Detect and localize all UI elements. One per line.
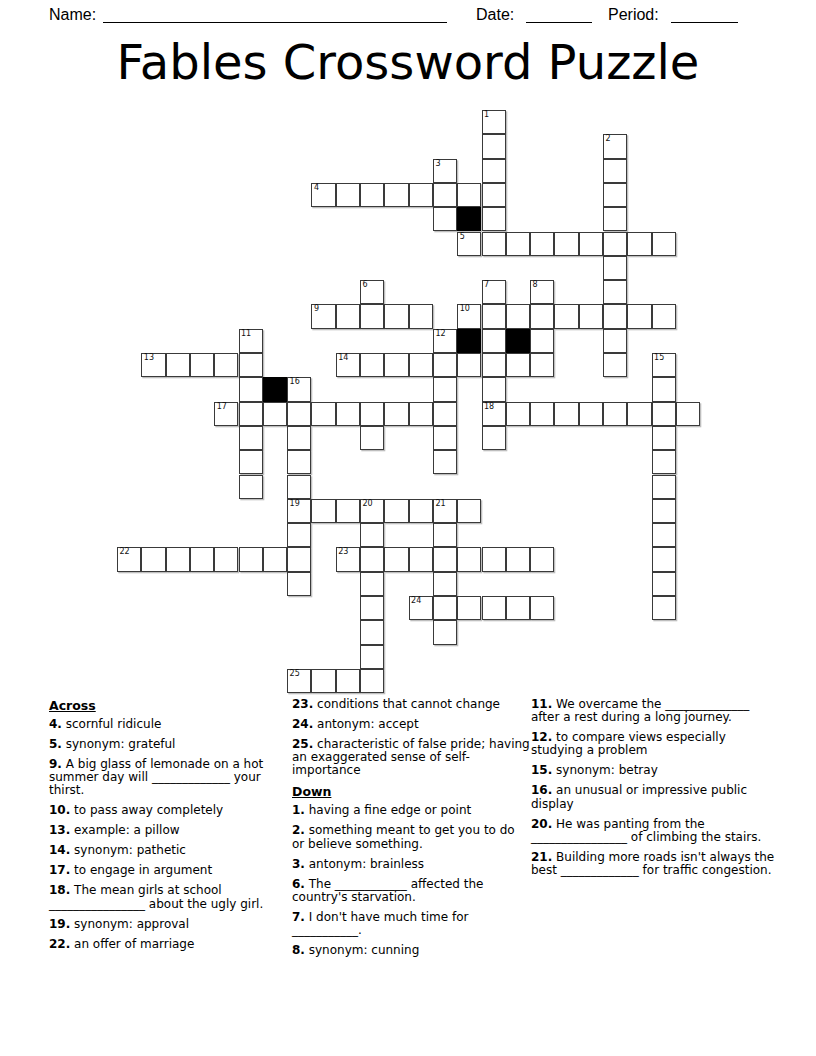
grid-cell[interactable] xyxy=(603,183,627,207)
grid-cell[interactable] xyxy=(166,547,190,571)
grid-cell[interactable] xyxy=(336,669,360,693)
across-clue-5: 5. synonym: grateful xyxy=(49,738,289,751)
grid-cell[interactable] xyxy=(652,547,676,571)
grid-cell[interactable] xyxy=(360,402,384,426)
blocked-cell xyxy=(457,329,481,353)
grid-cell[interactable] xyxy=(287,450,311,474)
grid-cell[interactable] xyxy=(166,353,190,377)
grid-cell[interactable] xyxy=(336,183,360,207)
grid-cell[interactable] xyxy=(482,353,506,377)
crossword-grid: 1234567891011121314151617181920212223242… xyxy=(117,110,701,694)
grid-cell[interactable] xyxy=(652,572,676,596)
grid-cell[interactable] xyxy=(360,547,384,571)
grid-cell[interactable]: 4 xyxy=(311,183,335,207)
grid-cell[interactable] xyxy=(482,426,506,450)
down-clue-20: 20. He was panting from the ____________… xyxy=(531,818,779,844)
grid-cell[interactable] xyxy=(239,377,263,401)
grid-cell[interactable] xyxy=(141,547,165,571)
grid-cell[interactable] xyxy=(239,547,263,571)
grid-cell[interactable] xyxy=(433,450,457,474)
grid-cell[interactable] xyxy=(360,183,384,207)
grid-cell[interactable] xyxy=(360,523,384,547)
grid-cell[interactable] xyxy=(627,402,651,426)
grid-cell[interactable] xyxy=(360,304,384,328)
down-clue-1: 1. having a fine edge or point xyxy=(292,804,530,817)
grid-cell[interactable] xyxy=(287,475,311,499)
clue-column-3: 11. We overcame the ______________ after… xyxy=(531,698,779,884)
grid-cell[interactable] xyxy=(239,450,263,474)
grid-cell[interactable] xyxy=(433,207,457,231)
grid-cell[interactable] xyxy=(482,304,506,328)
grid-cell[interactable] xyxy=(652,499,676,523)
grid-cell[interactable] xyxy=(652,377,676,401)
grid-cell[interactable] xyxy=(433,402,457,426)
grid-cell[interactable] xyxy=(409,183,433,207)
grid-cell[interactable] xyxy=(603,256,627,280)
grid-cell[interactable] xyxy=(287,402,311,426)
grid-cell[interactable] xyxy=(384,353,408,377)
period-blank-line[interactable] xyxy=(671,22,738,23)
grid-cell[interactable] xyxy=(384,402,408,426)
grid-cell[interactable] xyxy=(287,426,311,450)
grid-cell[interactable] xyxy=(190,547,214,571)
grid-cell[interactable] xyxy=(214,547,238,571)
grid-cell[interactable] xyxy=(554,232,578,256)
grid-cell[interactable] xyxy=(506,402,530,426)
down-clue-2: 2. something meant to get you to do or b… xyxy=(292,824,530,850)
cell-number: 18 xyxy=(484,402,494,412)
grid-cell[interactable] xyxy=(554,304,578,328)
grid-cell[interactable] xyxy=(506,353,530,377)
grid-cell[interactable] xyxy=(360,426,384,450)
grid-cell[interactable]: 13 xyxy=(141,353,165,377)
grid-cell[interactable] xyxy=(652,450,676,474)
grid-cell[interactable] xyxy=(603,329,627,353)
grid-cell[interactable] xyxy=(482,377,506,401)
grid-cell[interactable] xyxy=(652,402,676,426)
grid-cell[interactable] xyxy=(554,402,578,426)
grid-cell[interactable] xyxy=(360,572,384,596)
grid-cell[interactable] xyxy=(360,669,384,693)
grid-cell[interactable] xyxy=(239,426,263,450)
blocked-cell xyxy=(506,329,530,353)
cell-number: 23 xyxy=(338,547,348,557)
grid-cell[interactable]: 25 xyxy=(287,669,311,693)
grid-cell[interactable]: 3 xyxy=(433,159,457,183)
cell-number: 11 xyxy=(241,329,251,339)
grid-cell[interactable] xyxy=(530,232,554,256)
across-clue-4: 4. scornful ridicule xyxy=(49,718,289,731)
across-clue-23: 23. conditions that cannot change xyxy=(292,698,530,711)
grid-cell[interactable] xyxy=(579,232,603,256)
grid-cell[interactable] xyxy=(214,353,238,377)
grid-cell[interactable] xyxy=(239,353,263,377)
cell-number: 8 xyxy=(533,280,538,290)
grid-cell[interactable] xyxy=(190,353,214,377)
grid-cell[interactable] xyxy=(409,402,433,426)
cell-number: 1 xyxy=(484,110,489,120)
grid-cell[interactable] xyxy=(603,304,627,328)
grid-cell[interactable] xyxy=(652,475,676,499)
grid-cell[interactable] xyxy=(433,426,457,450)
grid-cell[interactable] xyxy=(603,207,627,231)
cell-number: 9 xyxy=(314,304,319,314)
across-clue-10: 10. to pass away completely xyxy=(49,804,289,817)
grid-cell[interactable] xyxy=(433,572,457,596)
cell-number: 12 xyxy=(435,329,445,339)
grid-cell[interactable] xyxy=(579,304,603,328)
grid-cell[interactable] xyxy=(457,596,481,620)
cell-number: 5 xyxy=(460,232,465,242)
cell-number: 4 xyxy=(314,183,319,193)
grid-cell[interactable] xyxy=(263,402,287,426)
cell-number: 22 xyxy=(120,547,130,557)
grid-cell[interactable] xyxy=(530,596,554,620)
grid-cell[interactable]: 17 xyxy=(214,402,238,426)
blocked-cell xyxy=(457,207,481,231)
cell-number: 13 xyxy=(144,353,154,363)
grid-cell[interactable] xyxy=(603,232,627,256)
cell-number: 16 xyxy=(290,377,300,387)
grid-cell[interactable] xyxy=(676,402,700,426)
grid-cell[interactable] xyxy=(263,547,287,571)
grid-cell[interactable] xyxy=(652,232,676,256)
down-clue-21: 21. Building more roads isn't always the… xyxy=(531,851,779,877)
across-clue-25: 25. characteristic of false pride; havin… xyxy=(292,738,530,778)
across-clue-9: 9. A big glass of lemonade on a hot summ… xyxy=(49,758,289,798)
grid-cell[interactable] xyxy=(506,232,530,256)
across-clue-13: 13. example: a pillow xyxy=(49,824,289,837)
grid-cell[interactable] xyxy=(530,329,554,353)
grid-cell[interactable]: 14 xyxy=(336,353,360,377)
cell-number: 15 xyxy=(654,353,664,363)
grid-cell[interactable] xyxy=(506,596,530,620)
grid-cell[interactable] xyxy=(360,596,384,620)
grid-cell[interactable] xyxy=(506,547,530,571)
across-clue-17: 17. to engage in argument xyxy=(49,864,289,877)
grid-cell[interactable]: 6 xyxy=(360,280,384,304)
grid-cell[interactable] xyxy=(336,499,360,523)
grid-cell[interactable] xyxy=(409,353,433,377)
period-label: Period: xyxy=(608,6,659,24)
grid-cell[interactable] xyxy=(506,304,530,328)
grid-cell[interactable]: 8 xyxy=(530,280,554,304)
down-clue-12: 12. to compare views especially studying… xyxy=(531,731,779,757)
down-clue-11: 11. We overcame the ______________ after… xyxy=(531,698,779,724)
grid-cell[interactable]: 7 xyxy=(482,280,506,304)
grid-cell[interactable] xyxy=(384,547,408,571)
grid-cell[interactable] xyxy=(384,499,408,523)
grid-cell[interactable] xyxy=(603,159,627,183)
grid-cell[interactable]: 16 xyxy=(287,377,311,401)
grid-cell[interactable]: 5 xyxy=(457,232,481,256)
clue-column-1: Across4. scornful ridicule5. synonym: gr… xyxy=(49,698,289,958)
across-header: Across xyxy=(49,698,289,713)
cell-number: 25 xyxy=(290,669,300,679)
grid-cell[interactable] xyxy=(627,304,651,328)
grid-cell[interactable] xyxy=(384,183,408,207)
grid-cell[interactable] xyxy=(433,183,457,207)
grid-cell[interactable] xyxy=(336,402,360,426)
name-blank-line[interactable] xyxy=(103,22,447,23)
grid-cell[interactable] xyxy=(652,426,676,450)
grid-cell[interactable]: 20 xyxy=(360,499,384,523)
grid-cell[interactable] xyxy=(433,353,457,377)
down-header: Down xyxy=(292,784,530,799)
grid-cell[interactable] xyxy=(482,547,506,571)
across-clue-19: 19. synonym: approval xyxy=(49,918,289,931)
grid-cell[interactable] xyxy=(409,499,433,523)
grid-cell[interactable] xyxy=(457,353,481,377)
crossword-worksheet: { "game": "crossword", "header": { "name… xyxy=(0,0,816,1056)
grid-cell[interactable] xyxy=(457,499,481,523)
down-clue-16: 16. an unusual or impressive public disp… xyxy=(531,784,779,810)
down-clue-7: 7. I don't have much time for __________… xyxy=(292,911,530,937)
grid-cell[interactable] xyxy=(603,402,627,426)
blocked-cell xyxy=(263,377,287,401)
grid-cell[interactable]: 12 xyxy=(433,329,457,353)
grid-cell[interactable]: 24 xyxy=(409,596,433,620)
cell-number: 14 xyxy=(338,353,348,363)
grid-cell[interactable]: 1 xyxy=(482,110,506,134)
grid-cell[interactable]: 22 xyxy=(117,547,141,571)
page-title: Fables Crossword Puzzle xyxy=(0,34,816,90)
grid-cell[interactable] xyxy=(482,232,506,256)
grid-cell[interactable] xyxy=(482,183,506,207)
grid-cell[interactable]: 11 xyxy=(239,329,263,353)
down-clue-15: 15. synonym: betray xyxy=(531,764,779,777)
grid-cell[interactable] xyxy=(457,547,481,571)
date-blank-line[interactable] xyxy=(526,22,592,23)
grid-cell[interactable] xyxy=(530,402,554,426)
grid-cell[interactable] xyxy=(652,596,676,620)
grid-cell[interactable] xyxy=(360,353,384,377)
grid-cell[interactable] xyxy=(579,402,603,426)
grid-cell[interactable] xyxy=(433,596,457,620)
grid-cell[interactable] xyxy=(311,499,335,523)
grid-cell[interactable] xyxy=(336,304,360,328)
grid-cell[interactable] xyxy=(409,547,433,571)
grid-cell[interactable]: 15 xyxy=(652,353,676,377)
down-clue-8: 8. synonym: cunning xyxy=(292,944,530,957)
grid-cell[interactable] xyxy=(311,669,335,693)
grid-cell[interactable]: 2 xyxy=(603,134,627,158)
grid-cell[interactable] xyxy=(360,620,384,644)
name-label: Name: xyxy=(49,6,96,24)
grid-cell[interactable] xyxy=(530,304,554,328)
grid-cell[interactable] xyxy=(530,547,554,571)
cell-number: 17 xyxy=(217,402,227,412)
grid-cell[interactable] xyxy=(433,523,457,547)
grid-cell[interactable] xyxy=(287,572,311,596)
grid-cell[interactable] xyxy=(409,304,433,328)
grid-cell[interactable] xyxy=(627,232,651,256)
cell-number: 20 xyxy=(363,499,373,509)
grid-cell[interactable] xyxy=(530,353,554,377)
grid-cell[interactable] xyxy=(287,547,311,571)
down-clue-6: 6. The ____________ affected the country… xyxy=(292,878,530,904)
grid-cell[interactable] xyxy=(239,402,263,426)
grid-cell[interactable] xyxy=(239,475,263,499)
grid-cell[interactable]: 18 xyxy=(482,402,506,426)
down-clue-3: 3. antonym: brainless xyxy=(292,858,530,871)
grid-cell[interactable]: 10 xyxy=(457,304,481,328)
grid-cell[interactable]: 19 xyxy=(287,499,311,523)
across-clue-14: 14. synonym: pathetic xyxy=(49,844,289,857)
grid-cell[interactable] xyxy=(482,159,506,183)
clue-column-2: 23. conditions that cannot change24. ant… xyxy=(292,698,530,964)
grid-cell[interactable] xyxy=(652,304,676,328)
grid-cell[interactable] xyxy=(384,304,408,328)
grid-cell[interactable] xyxy=(433,377,457,401)
grid-cell[interactable] xyxy=(603,280,627,304)
cell-number: 21 xyxy=(435,499,445,509)
cell-number: 3 xyxy=(435,159,440,169)
cell-number: 10 xyxy=(460,304,470,314)
grid-cell[interactable] xyxy=(287,523,311,547)
grid-cell[interactable]: 23 xyxy=(336,547,360,571)
across-clue-18: 18. The mean girls at school ___________… xyxy=(49,884,289,910)
cell-number: 7 xyxy=(484,280,489,290)
grid-cell[interactable] xyxy=(603,353,627,377)
cell-number: 6 xyxy=(363,280,368,290)
grid-cell[interactable] xyxy=(433,620,457,644)
grid-cell[interactable] xyxy=(457,183,481,207)
grid-cell[interactable] xyxy=(433,547,457,571)
grid-cell[interactable] xyxy=(360,645,384,669)
grid-cell[interactable] xyxy=(482,207,506,231)
grid-cell[interactable] xyxy=(311,402,335,426)
date-label: Date: xyxy=(476,6,514,24)
across-clue-22: 22. an offer of marriage xyxy=(49,938,289,951)
grid-cell[interactable] xyxy=(482,329,506,353)
across-clue-24: 24. antonym: accept xyxy=(292,718,530,731)
grid-cell[interactable]: 21 xyxy=(433,499,457,523)
grid-cell[interactable]: 9 xyxy=(311,304,335,328)
grid-cell[interactable] xyxy=(482,134,506,158)
cell-number: 24 xyxy=(411,596,421,606)
grid-cell[interactable] xyxy=(652,523,676,547)
cell-number: 19 xyxy=(290,499,300,509)
cell-number: 2 xyxy=(606,134,611,144)
grid-cell[interactable] xyxy=(482,596,506,620)
